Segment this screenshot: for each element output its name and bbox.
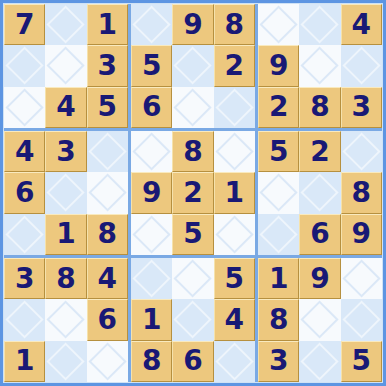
diamond-icon [132, 215, 170, 253]
given-digit: 6 [98, 306, 117, 334]
sudoku-cell-r1c1[interactable]: 7 [4, 4, 45, 45]
sudoku-cell-r6c3[interactable]: 8 [87, 214, 128, 255]
given-digit: 1 [142, 306, 161, 334]
sudoku-cell-r8c6[interactable]: 4 [214, 299, 255, 340]
sudoku-cell-r2c5[interactable] [172, 45, 213, 86]
sudoku-box-2: 98526 [131, 4, 255, 128]
sudoku-cell-r3c7[interactable]: 2 [258, 87, 299, 128]
given-digit: 2 [183, 179, 202, 207]
diamond-icon [342, 301, 380, 339]
diamond-icon [301, 47, 339, 85]
sudoku-cell-r9c9[interactable]: 5 [341, 341, 382, 382]
sudoku-box-4: 43618 [4, 131, 128, 255]
sudoku-cell-r5c1[interactable]: 6 [4, 172, 45, 213]
diamond-icon [342, 259, 380, 297]
sudoku-cell-r3c9[interactable]: 3 [341, 87, 382, 128]
given-digit: 2 [310, 138, 329, 166]
sudoku-cell-r7c2[interactable]: 8 [45, 258, 86, 299]
sudoku-cell-r4c6[interactable] [214, 131, 255, 172]
sudoku-cell-r1c8[interactable] [299, 4, 340, 45]
diamond-icon [215, 342, 253, 380]
sudoku-cell-r7c6[interactable]: 5 [214, 258, 255, 299]
diamond-icon [342, 47, 380, 85]
sudoku-cell-r5c6[interactable]: 1 [214, 172, 255, 213]
sudoku-cell-r7c3[interactable]: 4 [87, 258, 128, 299]
given-digit: 8 [56, 265, 75, 293]
given-digit: 6 [142, 93, 161, 121]
sudoku-board: 7134598526492834361889215528693846151486… [0, 0, 386, 386]
sudoku-cell-r9c7[interactable]: 3 [258, 341, 299, 382]
given-digit: 8 [98, 220, 117, 248]
given-digit: 7 [15, 11, 34, 39]
diamond-icon [215, 88, 253, 126]
diamond-icon [47, 174, 85, 212]
sudoku-cell-r4c4[interactable] [131, 131, 172, 172]
sudoku-cell-r2c6[interactable]: 2 [214, 45, 255, 86]
sudoku-cell-r4c3[interactable] [87, 131, 128, 172]
given-digit: 1 [98, 11, 117, 39]
sudoku-cell-r3c6[interactable] [214, 87, 255, 128]
sudoku-cell-r9c5[interactable]: 6 [172, 341, 213, 382]
given-digit: 5 [352, 347, 371, 375]
diamond-icon [174, 88, 212, 126]
diamond-icon [215, 132, 253, 170]
given-digit: 2 [269, 93, 288, 121]
diamond-icon [5, 88, 43, 126]
sudoku-cell-r6c8[interactable]: 6 [299, 214, 340, 255]
sudoku-box-8: 51486 [131, 258, 255, 382]
given-digit: 8 [142, 347, 161, 375]
diamond-icon [5, 47, 43, 85]
sudoku-box-7: 38461 [4, 258, 128, 382]
given-digit: 1 [269, 265, 288, 293]
sudoku-cell-r8c2[interactable] [45, 299, 86, 340]
diamond-icon [132, 259, 170, 297]
sudoku-cell-r6c1[interactable] [4, 214, 45, 255]
sudoku-cell-r7c5[interactable] [172, 258, 213, 299]
sudoku-cell-r1c9[interactable]: 4 [341, 4, 382, 45]
given-digit: 5 [183, 220, 202, 248]
sudoku-cell-r5c2[interactable] [45, 172, 86, 213]
given-digit: 8 [225, 11, 244, 39]
sudoku-box-3: 49283 [258, 4, 382, 128]
sudoku-cell-r6c4[interactable] [131, 214, 172, 255]
diamond-icon [132, 5, 170, 43]
sudoku-cell-r8c1[interactable] [4, 299, 45, 340]
diamond-icon [301, 5, 339, 43]
given-digit: 3 [56, 138, 75, 166]
given-digit: 9 [352, 220, 371, 248]
diamond-icon [259, 174, 297, 212]
sudoku-cell-r2c4[interactable]: 5 [131, 45, 172, 86]
sudoku-cell-r7c9[interactable] [341, 258, 382, 299]
sudoku-cell-r1c5[interactable]: 9 [172, 4, 213, 45]
sudoku-cell-r1c7[interactable] [258, 4, 299, 45]
given-digit: 8 [269, 306, 288, 334]
given-digit: 3 [352, 93, 371, 121]
diamond-icon [301, 342, 339, 380]
sudoku-cell-r8c5[interactable] [172, 299, 213, 340]
sudoku-cell-r3c3[interactable]: 5 [87, 87, 128, 128]
sudoku-cell-r9c2[interactable] [45, 341, 86, 382]
sudoku-cell-r1c2[interactable] [45, 4, 86, 45]
sudoku-cell-r3c8[interactable]: 8 [299, 87, 340, 128]
diamond-icon [132, 132, 170, 170]
sudoku-cell-r3c2[interactable]: 4 [45, 87, 86, 128]
given-digit: 9 [183, 11, 202, 39]
sudoku-cell-r9c8[interactable] [299, 341, 340, 382]
sudoku-cell-r1c3[interactable]: 1 [87, 4, 128, 45]
given-digit: 5 [142, 52, 161, 80]
sudoku-cell-r5c7[interactable] [258, 172, 299, 213]
diamond-icon [47, 342, 85, 380]
sudoku-cell-r9c6[interactable] [214, 341, 255, 382]
given-digit: 9 [269, 52, 288, 80]
given-digit: 9 [310, 265, 329, 293]
given-digit: 4 [225, 306, 244, 334]
sudoku-cell-r6c5[interactable]: 5 [172, 214, 213, 255]
sudoku-cell-r8c7[interactable]: 8 [258, 299, 299, 340]
sudoku-cell-r7c7[interactable]: 1 [258, 258, 299, 299]
sudoku-cell-r9c3[interactable] [87, 341, 128, 382]
given-digit: 1 [56, 220, 75, 248]
diamond-icon [301, 174, 339, 212]
sudoku-cell-r6c6[interactable] [214, 214, 255, 255]
sudoku-cell-r2c9[interactable] [341, 45, 382, 86]
sudoku-cell-r2c2[interactable] [45, 45, 86, 86]
diamond-icon [88, 132, 126, 170]
sudoku-box-5: 89215 [131, 131, 255, 255]
given-digit: 1 [15, 347, 34, 375]
sudoku-cell-r7c1[interactable]: 3 [4, 258, 45, 299]
sudoku-cell-r8c9[interactable] [341, 299, 382, 340]
given-digit: 5 [98, 93, 117, 121]
diamond-icon [174, 301, 212, 339]
sudoku-cell-r8c3[interactable]: 6 [87, 299, 128, 340]
given-digit: 3 [15, 265, 34, 293]
sudoku-cell-r7c8[interactable]: 9 [299, 258, 340, 299]
sudoku-cell-r1c6[interactable]: 8 [214, 4, 255, 45]
given-digit: 9 [142, 179, 161, 207]
sudoku-cell-r4c7[interactable]: 5 [258, 131, 299, 172]
sudoku-cell-r8c4[interactable]: 1 [131, 299, 172, 340]
given-digit: 4 [352, 11, 371, 39]
given-digit: 3 [98, 52, 117, 80]
diamond-icon [259, 5, 297, 43]
sudoku-cell-r4c9[interactable] [341, 131, 382, 172]
sudoku-cell-r6c9[interactable]: 9 [341, 214, 382, 255]
diamond-icon [174, 47, 212, 85]
sudoku-cell-r9c1[interactable]: 1 [4, 341, 45, 382]
diamond-icon [5, 301, 43, 339]
given-digit: 8 [352, 179, 371, 207]
given-digit: 6 [310, 220, 329, 248]
diamond-icon [301, 301, 339, 339]
given-digit: 5 [225, 265, 244, 293]
sudoku-cell-r4c2[interactable]: 3 [45, 131, 86, 172]
given-digit: 1 [225, 179, 244, 207]
sudoku-cell-r4c8[interactable]: 2 [299, 131, 340, 172]
given-digit: 3 [269, 347, 288, 375]
sudoku-cell-r3c1[interactable] [4, 87, 45, 128]
sudoku-cell-r2c3[interactable]: 3 [87, 45, 128, 86]
diamond-icon [47, 301, 85, 339]
sudoku-cell-r7c4[interactable] [131, 258, 172, 299]
sudoku-cell-r3c4[interactable]: 6 [131, 87, 172, 128]
given-digit: 5 [269, 138, 288, 166]
sudoku-cell-r6c2[interactable]: 1 [45, 214, 86, 255]
sudoku-cell-r5c8[interactable] [299, 172, 340, 213]
diamond-icon [174, 259, 212, 297]
diamond-icon [215, 215, 253, 253]
given-digit: 8 [183, 138, 202, 166]
given-digit: 6 [183, 347, 202, 375]
given-digit: 2 [225, 52, 244, 80]
diamond-icon [88, 342, 126, 380]
given-digit: 8 [310, 93, 329, 121]
sudoku-box-9: 19835 [258, 258, 382, 382]
sudoku-cell-r8c8[interactable] [299, 299, 340, 340]
diamond-icon [88, 174, 126, 212]
sudoku-cell-r4c1[interactable]: 4 [4, 131, 45, 172]
diamond-icon [5, 215, 43, 253]
sudoku-cell-r5c9[interactable]: 8 [341, 172, 382, 213]
given-digit: 4 [15, 138, 34, 166]
sudoku-cell-r9c4[interactable]: 8 [131, 341, 172, 382]
sudoku-box-6: 52869 [258, 131, 382, 255]
diamond-icon [259, 215, 297, 253]
sudoku-cell-r5c5[interactable]: 2 [172, 172, 213, 213]
sudoku-cell-r2c1[interactable] [4, 45, 45, 86]
given-digit: 4 [98, 265, 117, 293]
sudoku-cell-r5c3[interactable] [87, 172, 128, 213]
sudoku-cell-r2c7[interactable]: 9 [258, 45, 299, 86]
sudoku-cell-r2c8[interactable] [299, 45, 340, 86]
sudoku-cell-r3c5[interactable] [172, 87, 213, 128]
given-digit: 6 [15, 179, 34, 207]
sudoku-grid: 7134598526492834361889215528693846151486… [4, 4, 382, 382]
sudoku-cell-r5c4[interactable]: 9 [131, 172, 172, 213]
diamond-icon [342, 132, 380, 170]
sudoku-cell-r4c5[interactable]: 8 [172, 131, 213, 172]
given-digit: 4 [56, 93, 75, 121]
sudoku-cell-r1c4[interactable] [131, 4, 172, 45]
diamond-icon [47, 5, 85, 43]
diamond-icon [47, 47, 85, 85]
sudoku-cell-r6c7[interactable] [258, 214, 299, 255]
sudoku-box-1: 71345 [4, 4, 128, 128]
